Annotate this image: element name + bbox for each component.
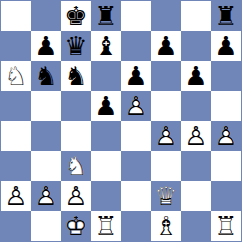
white-pawn-icon: ♙ [181, 121, 211, 151]
white-queen-fill: ♛ [151, 181, 181, 211]
square-c6[interactable]: ♞ [61, 61, 91, 91]
black-pawn-icon: ♟ [121, 61, 151, 91]
white-rook-fill: ♜ [91, 211, 121, 241]
square-d7[interactable]: ♝ [91, 31, 121, 61]
black-pawn-icon: ♟ [211, 31, 241, 61]
square-b1[interactable] [31, 211, 61, 241]
white-pawn-icon: ♙ [61, 181, 91, 211]
square-b6[interactable]: ♞ [31, 61, 61, 91]
square-e2[interactable] [121, 181, 151, 211]
square-d8[interactable]: ♜ [91, 1, 121, 31]
square-h2[interactable] [211, 181, 241, 211]
white-pawn-fill: ♟ [31, 181, 61, 211]
square-h6[interactable] [211, 61, 241, 91]
white-knight-fill: ♞ [1, 61, 31, 91]
white-king-fill: ♚ [61, 211, 91, 241]
black-queen-icon: ♛ [61, 31, 91, 61]
square-g7[interactable] [181, 31, 211, 61]
square-a8[interactable] [1, 1, 31, 31]
square-b8[interactable] [31, 1, 61, 31]
white-king-icon: ♔ [61, 211, 91, 241]
white-pawn-fill: ♟ [1, 181, 31, 211]
square-g4[interactable]: ♟♙ [181, 121, 211, 151]
square-h1[interactable]: ♜♖ [211, 211, 241, 241]
square-e4[interactable] [121, 121, 151, 151]
square-f5[interactable] [151, 91, 181, 121]
white-bishop-fill: ♝ [151, 211, 181, 241]
white-pawn-fill: ♟ [151, 121, 181, 151]
square-c2[interactable]: ♟♙ [61, 181, 91, 211]
white-pawn-icon: ♙ [211, 121, 241, 151]
square-f1[interactable]: ♝♗ [151, 211, 181, 241]
square-f7[interactable]: ♟ [151, 31, 181, 61]
square-c7[interactable]: ♛ [61, 31, 91, 61]
white-pawn-fill: ♟ [61, 181, 91, 211]
white-pawn-fill: ♟ [181, 121, 211, 151]
square-c8[interactable]: ♚ [61, 1, 91, 31]
square-g5[interactable] [181, 91, 211, 121]
square-b4[interactable] [31, 121, 61, 151]
square-h4[interactable]: ♟♙ [211, 121, 241, 151]
black-pawn-icon: ♟ [91, 91, 121, 121]
black-king-icon: ♚ [61, 1, 91, 31]
square-a1[interactable] [1, 211, 31, 241]
square-e5[interactable]: ♟♙ [121, 91, 151, 121]
square-a7[interactable] [1, 31, 31, 61]
black-pawn-icon: ♟ [151, 31, 181, 61]
black-pawn-icon: ♟ [31, 31, 61, 61]
square-g8[interactable] [181, 1, 211, 31]
white-queen-icon: ♕ [151, 181, 181, 211]
white-knight-fill: ♞ [61, 151, 91, 181]
black-rook-icon: ♜ [211, 1, 241, 31]
black-pawn-icon: ♟ [181, 61, 211, 91]
square-d4[interactable] [91, 121, 121, 151]
square-a5[interactable] [1, 91, 31, 121]
white-pawn-icon: ♙ [1, 181, 31, 211]
white-pawn-fill: ♟ [121, 91, 151, 121]
square-d2[interactable] [91, 181, 121, 211]
square-h8[interactable]: ♜ [211, 1, 241, 31]
white-knight-icon: ♘ [1, 61, 31, 91]
square-e1[interactable] [121, 211, 151, 241]
square-b3[interactable] [31, 151, 61, 181]
square-h5[interactable] [211, 91, 241, 121]
white-rook-icon: ♖ [91, 211, 121, 241]
white-pawn-fill: ♟ [211, 121, 241, 151]
square-c3[interactable]: ♞♘ [61, 151, 91, 181]
white-pawn-icon: ♙ [151, 121, 181, 151]
square-h7[interactable]: ♟ [211, 31, 241, 61]
square-a4[interactable] [1, 121, 31, 151]
square-a6[interactable]: ♞♘ [1, 61, 31, 91]
square-a3[interactable] [1, 151, 31, 181]
square-e8[interactable] [121, 1, 151, 31]
white-bishop-icon: ♗ [151, 211, 181, 241]
chess-board: ♚♜♜♟♛♝♟♟♞♘♞♞♟♟♟♟♙♟♙♟♙♟♙♞♘♟♙♟♙♟♙♛♕♚♔♜♖♝♗♜… [0, 0, 242, 242]
black-bishop-icon: ♝ [91, 31, 121, 61]
square-d1[interactable]: ♜♖ [91, 211, 121, 241]
square-f6[interactable] [151, 61, 181, 91]
square-b2[interactable]: ♟♙ [31, 181, 61, 211]
square-c5[interactable] [61, 91, 91, 121]
square-g1[interactable] [181, 211, 211, 241]
square-d3[interactable] [91, 151, 121, 181]
square-h3[interactable] [211, 151, 241, 181]
square-f8[interactable] [151, 1, 181, 31]
square-c4[interactable] [61, 121, 91, 151]
square-e6[interactable]: ♟ [121, 61, 151, 91]
square-g3[interactable] [181, 151, 211, 181]
square-f3[interactable] [151, 151, 181, 181]
square-b7[interactable]: ♟ [31, 31, 61, 61]
square-e3[interactable] [121, 151, 151, 181]
square-f4[interactable]: ♟♙ [151, 121, 181, 151]
square-e7[interactable] [121, 31, 151, 61]
white-knight-icon: ♘ [61, 151, 91, 181]
square-c1[interactable]: ♚♔ [61, 211, 91, 241]
square-d6[interactable] [91, 61, 121, 91]
square-g6[interactable]: ♟ [181, 61, 211, 91]
white-rook-icon: ♖ [211, 211, 241, 241]
square-b5[interactable] [31, 91, 61, 121]
square-d5[interactable]: ♟ [91, 91, 121, 121]
white-pawn-icon: ♙ [31, 181, 61, 211]
black-knight-icon: ♞ [61, 61, 91, 91]
white-pawn-icon: ♙ [121, 91, 151, 121]
square-f2[interactable]: ♛♕ [151, 181, 181, 211]
black-knight-icon: ♞ [31, 61, 61, 91]
black-rook-icon: ♜ [91, 1, 121, 31]
square-g2[interactable] [181, 181, 211, 211]
square-a2[interactable]: ♟♙ [1, 181, 31, 211]
white-rook-fill: ♜ [211, 211, 241, 241]
